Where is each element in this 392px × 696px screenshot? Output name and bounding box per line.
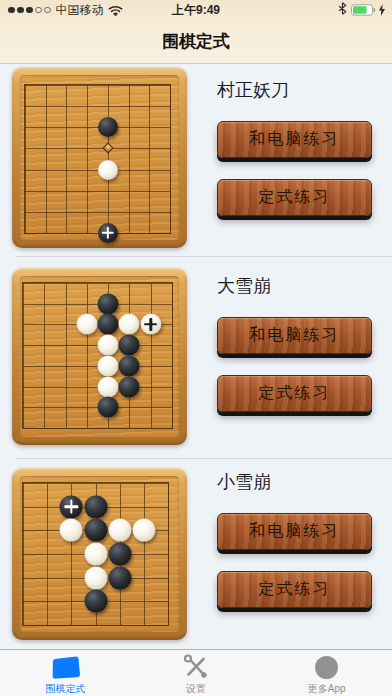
battery-charging-icon — [351, 4, 386, 16]
black-stone — [108, 543, 131, 566]
black-stone — [119, 376, 140, 397]
board-surface — [20, 476, 179, 632]
white-stone — [84, 543, 107, 566]
black-stone-marked — [98, 223, 118, 243]
page-title: 围棋定式 — [0, 30, 392, 53]
black-stone — [98, 293, 119, 314]
white-stone — [76, 314, 97, 335]
joseki-practice-button[interactable]: 定式练习 — [217, 375, 372, 412]
black-stone — [98, 117, 118, 137]
section-divider — [15, 256, 392, 257]
board-icon — [52, 654, 79, 680]
wifi-icon — [108, 5, 123, 16]
tab-bar: 围棋定式 设置 更多App — [0, 649, 392, 696]
white-stone — [60, 519, 83, 542]
black-stone-marked — [60, 495, 83, 518]
white-stone — [98, 335, 119, 356]
white-stone — [98, 160, 118, 180]
practice-with-computer-button[interactable]: 和电脑练习 — [217, 513, 372, 550]
circle-icon — [315, 654, 338, 680]
go-board-diagram-muramasa[interactable] — [12, 67, 187, 248]
board-surface — [20, 75, 179, 240]
app-screen: 中国移动 上午9:49 — [0, 0, 392, 696]
white-stone — [84, 566, 107, 589]
black-stone — [108, 566, 131, 589]
black-stone — [84, 519, 107, 542]
white-stone — [98, 355, 119, 376]
black-stone — [84, 590, 107, 613]
practice-with-computer-button[interactable]: 和电脑练习 — [217, 121, 372, 158]
white-stone — [98, 376, 119, 397]
navigation-bar: 中国移动 上午9:49 — [0, 0, 392, 64]
white-stone-marked — [140, 314, 161, 335]
black-stone — [119, 355, 140, 376]
board-surface — [20, 276, 179, 437]
carrier-label: 中国移动 — [56, 2, 104, 19]
joseki-practice-button[interactable]: 定式练习 — [217, 571, 372, 608]
go-board-diagram-small-avalanche[interactable] — [12, 468, 187, 640]
section-title-muramasa: 村正妖刀 — [217, 78, 289, 102]
tools-icon — [182, 654, 210, 680]
tab-more-apps[interactable]: 更多App — [261, 650, 392, 696]
joseki-practice-button[interactable]: 定式练习 — [217, 179, 372, 216]
white-stone — [108, 519, 131, 542]
black-stone — [84, 495, 107, 518]
tab-settings[interactable]: 设置 — [131, 650, 262, 696]
section-title-small-avalanche: 小雪崩 — [217, 470, 271, 494]
go-board-diagram-large-avalanche[interactable] — [12, 268, 187, 445]
practice-with-computer-button[interactable]: 和电脑练习 — [217, 317, 372, 354]
status-bar: 中国移动 上午9:49 — [0, 0, 392, 20]
black-stone — [98, 397, 119, 418]
section-title-large-avalanche: 大雪崩 — [217, 274, 271, 298]
hoshi-star-point-marker — [102, 143, 113, 154]
black-stone — [98, 314, 119, 335]
signal-strength-icon — [8, 7, 51, 14]
white-stone — [132, 519, 155, 542]
black-stone — [119, 335, 140, 356]
bluetooth-icon — [338, 2, 347, 18]
tab-joseki[interactable]: 围棋定式 — [0, 650, 131, 696]
white-stone — [119, 314, 140, 335]
section-divider — [15, 458, 392, 459]
